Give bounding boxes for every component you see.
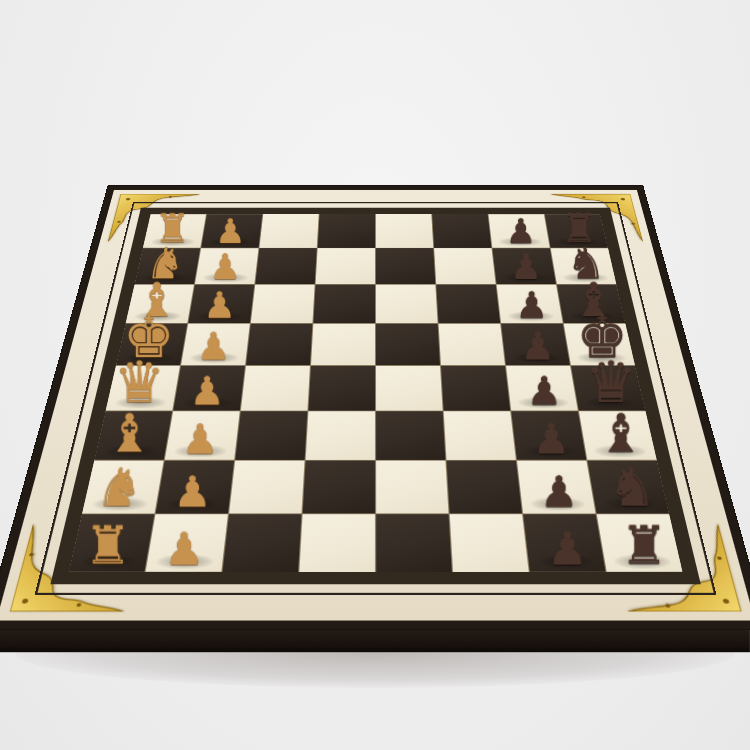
square-a7[interactable]: ♟ — [523, 514, 605, 572]
square-a3[interactable] — [222, 514, 301, 572]
chess-board: ♜♟♟♜♞♟♟♞♝♟♟♝♚♟♟♚♛♟♟♛♝♟♟♝♞♟♟♞♜♟♟♜ — [0, 186, 750, 629]
square-c1[interactable]: ♝ — [94, 411, 172, 460]
square-c3[interactable] — [235, 411, 307, 460]
perspective-stage: ♜♟♟♜♞♟♟♞♝♟♟♝♚♟♟♚♛♟♟♛♝♟♟♝♞♟♟♞♜♟♟♜ — [0, 0, 750, 750]
square-b3[interactable] — [229, 461, 304, 514]
square-e2[interactable]: ♟ — [181, 324, 250, 365]
square-g5[interactable] — [376, 248, 435, 284]
square-d4[interactable] — [308, 366, 375, 411]
square-a4[interactable] — [299, 514, 375, 572]
piece-white-pawn-b2[interactable]: ♟ — [173, 470, 211, 513]
piece-white-rook-a1[interactable]: ♜ — [84, 519, 132, 572]
square-b1[interactable]: ♞ — [82, 461, 163, 514]
piece-white-pawn-h2[interactable]: ♟ — [215, 214, 245, 248]
square-a6[interactable] — [450, 514, 529, 572]
square-h4[interactable] — [318, 214, 375, 247]
piece-white-bishop-c1[interactable]: ♝ — [106, 407, 153, 460]
square-e5[interactable] — [376, 324, 440, 365]
piece-black-pawn-c7[interactable]: ♟ — [533, 419, 570, 460]
square-h3[interactable] — [259, 214, 318, 247]
square-d5[interactable] — [376, 366, 443, 411]
piece-black-pawn-f7[interactable]: ♟ — [515, 287, 548, 323]
square-a5[interactable] — [376, 514, 452, 572]
board-grid: ♜♟♟♜♞♟♟♞♝♟♟♝♚♟♟♚♛♟♟♛♝♟♟♝♞♟♟♞♜♟♟♜ — [69, 214, 683, 571]
piece-white-pawn-g2[interactable]: ♟ — [209, 249, 241, 284]
square-g3[interactable] — [255, 248, 316, 284]
square-b6[interactable] — [447, 461, 522, 514]
square-h6[interactable] — [432, 214, 491, 247]
square-h2[interactable]: ♟ — [201, 214, 262, 247]
square-d7[interactable]: ♟ — [506, 366, 578, 411]
inner-dark-frame: ♜♟♟♜♞♟♟♞♝♟♟♝♚♟♟♚♛♟♟♛♝♟♟♝♞♟♟♞♜♟♟♜ — [50, 208, 700, 584]
piece-black-pawn-b7[interactable]: ♟ — [540, 470, 578, 513]
square-c7[interactable]: ♟ — [511, 411, 586, 460]
square-e3[interactable] — [246, 324, 312, 365]
square-c8[interactable]: ♝ — [579, 411, 657, 460]
square-e7[interactable]: ♟ — [501, 324, 570, 365]
square-f4[interactable] — [313, 285, 375, 323]
square-b4[interactable] — [303, 461, 375, 514]
square-f2[interactable]: ♟ — [188, 285, 254, 323]
piece-black-bishop-c8[interactable]: ♝ — [598, 407, 645, 460]
square-a8[interactable]: ♜ — [597, 514, 683, 572]
piece-black-pawn-a7[interactable]: ♟ — [547, 527, 587, 572]
square-e4[interactable] — [311, 324, 375, 365]
square-f7[interactable]: ♟ — [497, 285, 563, 323]
square-c6[interactable] — [444, 411, 516, 460]
square-e6[interactable] — [439, 324, 505, 365]
square-a1[interactable]: ♜ — [69, 514, 155, 572]
piece-white-pawn-e2[interactable]: ♟ — [196, 328, 230, 366]
square-b2[interactable]: ♟ — [156, 461, 234, 514]
piece-white-pawn-f2[interactable]: ♟ — [203, 287, 236, 323]
square-h5[interactable] — [376, 214, 433, 247]
square-g4[interactable] — [316, 248, 375, 284]
piece-white-knight-b1[interactable]: ♞ — [95, 461, 142, 514]
square-c4[interactable] — [306, 411, 375, 460]
border-pinstripe: ♜♟♟♜♞♟♟♞♝♟♟♝♚♟♟♚♛♟♟♛♝♟♟♝♞♟♟♞♜♟♟♜ — [35, 202, 717, 594]
piece-black-knight-b8[interactable]: ♞ — [608, 461, 655, 514]
piece-black-pawn-h7[interactable]: ♟ — [505, 214, 535, 248]
piece-black-pawn-e7[interactable]: ♟ — [521, 328, 555, 366]
photo-backdrop: ♜♟♟♜♞♟♟♞♝♟♟♝♚♟♟♚♛♟♟♛♝♟♟♝♞♟♟♞♜♟♟♜ — [0, 0, 750, 750]
square-c2[interactable]: ♟ — [165, 411, 240, 460]
square-d6[interactable] — [441, 366, 510, 411]
square-g2[interactable]: ♟ — [195, 248, 259, 284]
square-b7[interactable]: ♟ — [517, 461, 595, 514]
square-h7[interactable]: ♟ — [488, 214, 549, 247]
square-g7[interactable]: ♟ — [492, 248, 556, 284]
piece-black-pawn-d7[interactable]: ♟ — [526, 371, 561, 410]
piece-white-pawn-c2[interactable]: ♟ — [182, 419, 219, 460]
square-f5[interactable] — [376, 285, 438, 323]
square-f6[interactable] — [436, 285, 500, 323]
piece-white-pawn-d2[interactable]: ♟ — [189, 371, 224, 410]
square-b8[interactable]: ♞ — [587, 461, 669, 514]
square-a2[interactable]: ♟ — [146, 514, 228, 572]
square-b5[interactable] — [376, 461, 448, 514]
square-g6[interactable] — [434, 248, 495, 284]
board-side-bevel — [0, 621, 750, 653]
piece-white-pawn-a2[interactable]: ♟ — [164, 527, 204, 572]
piece-black-rook-a8[interactable]: ♜ — [620, 519, 668, 572]
square-f3[interactable] — [251, 285, 315, 323]
square-d2[interactable]: ♟ — [173, 366, 245, 411]
piece-black-pawn-g7[interactable]: ♟ — [510, 249, 542, 284]
square-c5[interactable] — [376, 411, 445, 460]
square-d3[interactable] — [241, 366, 310, 411]
